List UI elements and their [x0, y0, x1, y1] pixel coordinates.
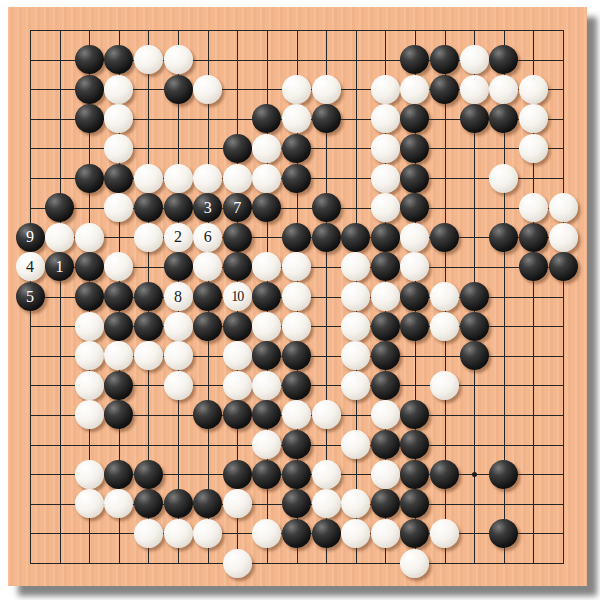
- stone-black[interactable]: [252, 104, 281, 133]
- stone-white[interactable]: [164, 164, 193, 193]
- stone-white[interactable]: [519, 193, 548, 222]
- stone-black[interactable]: [400, 134, 429, 163]
- stone-black[interactable]: [223, 134, 252, 163]
- move-number-label: 3: [204, 200, 212, 216]
- stone-white[interactable]: [400, 223, 429, 252]
- stone-white[interactable]: [223, 489, 252, 518]
- move-number-label: 6: [204, 229, 212, 245]
- stone-white[interactable]: [371, 164, 400, 193]
- stone-white[interactable]: [134, 45, 163, 74]
- stone-white[interactable]: [282, 400, 311, 429]
- stone-black[interactable]: [252, 400, 281, 429]
- stone-black[interactable]: [312, 223, 341, 252]
- stone-white[interactable]: [193, 164, 222, 193]
- move-number-label: 2: [174, 229, 182, 245]
- stone-white[interactable]: [341, 430, 370, 459]
- stone-white[interactable]: [104, 341, 133, 370]
- stone-black[interactable]: [519, 252, 548, 281]
- grid-line-horizontal: [30, 563, 564, 564]
- stone-black[interactable]: [252, 193, 281, 222]
- stone-white[interactable]: [75, 223, 104, 252]
- stone-white[interactable]: [371, 519, 400, 548]
- stone-white[interactable]: [489, 75, 518, 104]
- stone-white[interactable]: [430, 312, 459, 341]
- stone-white[interactable]: [134, 164, 163, 193]
- stone-black[interactable]: [282, 430, 311, 459]
- stone-white-move-10[interactable]: 10: [223, 282, 252, 311]
- stone-white[interactable]: [164, 371, 193, 400]
- stone-black[interactable]: [75, 45, 104, 74]
- move-number-label: 4: [26, 259, 34, 275]
- stone-black[interactable]: [282, 134, 311, 163]
- stone-black[interactable]: [252, 341, 281, 370]
- stone-white[interactable]: [460, 75, 489, 104]
- stone-black[interactable]: [460, 104, 489, 133]
- stone-black[interactable]: [134, 312, 163, 341]
- stone-white[interactable]: [252, 164, 281, 193]
- stone-black[interactable]: [371, 341, 400, 370]
- stone-black[interactable]: [282, 519, 311, 548]
- stone-white[interactable]: [371, 75, 400, 104]
- stone-black[interactable]: [489, 519, 518, 548]
- stone-black[interactable]: [75, 252, 104, 281]
- stone-black[interactable]: [223, 312, 252, 341]
- stone-black[interactable]: [489, 460, 518, 489]
- stone-black[interactable]: [134, 193, 163, 222]
- stone-black[interactable]: [371, 371, 400, 400]
- stone-black[interactable]: [282, 164, 311, 193]
- stone-black[interactable]: [104, 371, 133, 400]
- stone-black[interactable]: [489, 223, 518, 252]
- stone-black[interactable]: [400, 430, 429, 459]
- stone-black[interactable]: [134, 489, 163, 518]
- move-number-label: 1: [56, 259, 64, 275]
- stone-white[interactable]: [134, 519, 163, 548]
- stone-black[interactable]: [312, 519, 341, 548]
- grid-line-vertical: [563, 30, 564, 564]
- stone-white[interactable]: [371, 282, 400, 311]
- stone-black[interactable]: [460, 341, 489, 370]
- board-grid: 37926415810: [30, 30, 564, 564]
- stone-white[interactable]: [341, 489, 370, 518]
- stone-black[interactable]: [400, 489, 429, 518]
- stone-white-move-2[interactable]: 2: [164, 223, 193, 252]
- stone-white[interactable]: [104, 193, 133, 222]
- stone-black[interactable]: [134, 282, 163, 311]
- stone-black[interactable]: [193, 489, 222, 518]
- stone-white[interactable]: [75, 371, 104, 400]
- stone-white[interactable]: [282, 75, 311, 104]
- stone-white[interactable]: [75, 400, 104, 429]
- stone-white[interactable]: [104, 489, 133, 518]
- stone-black[interactable]: [104, 460, 133, 489]
- stone-black[interactable]: [282, 341, 311, 370]
- stone-black-move-9[interactable]: 9: [16, 223, 45, 252]
- stone-black[interactable]: [400, 193, 429, 222]
- stone-white[interactable]: [400, 252, 429, 281]
- stone-white[interactable]: [312, 460, 341, 489]
- stone-black[interactable]: [134, 460, 163, 489]
- stone-white[interactable]: [252, 312, 281, 341]
- stone-white[interactable]: [282, 104, 311, 133]
- stone-white[interactable]: [193, 252, 222, 281]
- stone-white[interactable]: [430, 371, 459, 400]
- stone-black[interactable]: [400, 400, 429, 429]
- stone-black[interactable]: [430, 223, 459, 252]
- stone-black[interactable]: [164, 489, 193, 518]
- stone-black[interactable]: [104, 282, 133, 311]
- stone-white[interactable]: [252, 252, 281, 281]
- stone-black[interactable]: [104, 45, 133, 74]
- stone-black[interactable]: [164, 193, 193, 222]
- stone-black[interactable]: [164, 75, 193, 104]
- stone-black[interactable]: [371, 489, 400, 518]
- stone-black[interactable]: [400, 164, 429, 193]
- stone-white-move-4[interactable]: 4: [16, 252, 45, 281]
- stone-black[interactable]: [45, 193, 74, 222]
- stone-white[interactable]: [134, 223, 163, 252]
- stone-white[interactable]: [223, 371, 252, 400]
- stone-white[interactable]: [430, 519, 459, 548]
- stone-white-move-8[interactable]: 8: [164, 282, 193, 311]
- stone-white[interactable]: [193, 519, 222, 548]
- stone-black[interactable]: [519, 223, 548, 252]
- stone-white[interactable]: [164, 45, 193, 74]
- stone-black-move-1[interactable]: 1: [45, 252, 74, 281]
- stone-black[interactable]: [282, 489, 311, 518]
- stone-white[interactable]: [104, 252, 133, 281]
- stone-white[interactable]: [341, 252, 370, 281]
- stone-black[interactable]: [312, 193, 341, 222]
- stone-black[interactable]: [75, 75, 104, 104]
- move-number-label: 9: [26, 229, 34, 245]
- stone-white[interactable]: [460, 45, 489, 74]
- stone-black[interactable]: [400, 312, 429, 341]
- stone-white[interactable]: [371, 134, 400, 163]
- stone-white[interactable]: [312, 489, 341, 518]
- stone-white[interactable]: [341, 341, 370, 370]
- stone-white[interactable]: [341, 519, 370, 548]
- stone-white[interactable]: [164, 341, 193, 370]
- stone-black[interactable]: [75, 104, 104, 133]
- stone-white[interactable]: [489, 164, 518, 193]
- stone-white[interactable]: [252, 519, 281, 548]
- move-number-label: 7: [233, 200, 241, 216]
- stone-white[interactable]: [104, 104, 133, 133]
- stone-white[interactable]: [164, 519, 193, 548]
- stone-black[interactable]: [312, 104, 341, 133]
- stone-white[interactable]: [400, 75, 429, 104]
- stone-black[interactable]: [252, 460, 281, 489]
- stone-black[interactable]: [430, 75, 459, 104]
- stone-black[interactable]: [193, 400, 222, 429]
- stone-black[interactable]: [223, 460, 252, 489]
- stone-black[interactable]: [104, 312, 133, 341]
- stone-white[interactable]: [164, 312, 193, 341]
- stone-black[interactable]: [164, 252, 193, 281]
- stone-white[interactable]: [519, 104, 548, 133]
- stone-black-move-7[interactable]: 7: [223, 193, 252, 222]
- stone-black[interactable]: [193, 312, 222, 341]
- stone-black[interactable]: [549, 252, 578, 281]
- move-number-label: 10: [231, 290, 243, 304]
- stone-white[interactable]: [282, 312, 311, 341]
- stone-white[interactable]: [341, 312, 370, 341]
- stone-black[interactable]: [282, 460, 311, 489]
- stone-white[interactable]: [282, 252, 311, 281]
- stone-white[interactable]: [371, 193, 400, 222]
- move-number-label: 8: [174, 289, 182, 305]
- stone-white[interactable]: [341, 371, 370, 400]
- stone-white[interactable]: [519, 134, 548, 163]
- stone-white[interactable]: [223, 341, 252, 370]
- stone-black[interactable]: [104, 400, 133, 429]
- stone-black[interactable]: [371, 252, 400, 281]
- stone-black[interactable]: [75, 164, 104, 193]
- stone-black[interactable]: [282, 371, 311, 400]
- stone-black-move-5[interactable]: 5: [16, 282, 45, 311]
- stone-black[interactable]: [371, 312, 400, 341]
- stone-black[interactable]: [223, 223, 252, 252]
- stone-black[interactable]: [400, 282, 429, 311]
- stone-white[interactable]: [549, 193, 578, 222]
- stone-black[interactable]: [223, 400, 252, 429]
- stone-black[interactable]: [75, 282, 104, 311]
- stone-black[interactable]: [489, 104, 518, 133]
- star-point: [472, 472, 477, 477]
- stone-white[interactable]: [134, 341, 163, 370]
- go-board[interactable]: 37926415810: [8, 7, 587, 586]
- stone-white[interactable]: [223, 164, 252, 193]
- stone-black[interactable]: [400, 45, 429, 74]
- stone-white[interactable]: [252, 134, 281, 163]
- stone-white[interactable]: [252, 430, 281, 459]
- stone-white[interactable]: [45, 223, 74, 252]
- stone-white[interactable]: [104, 134, 133, 163]
- stone-black[interactable]: [371, 223, 400, 252]
- stone-black[interactable]: [460, 282, 489, 311]
- stone-black[interactable]: [400, 460, 429, 489]
- stone-white[interactable]: [312, 75, 341, 104]
- stone-black[interactable]: [400, 519, 429, 548]
- stone-black[interactable]: [223, 252, 252, 281]
- stone-black[interactable]: [252, 282, 281, 311]
- stone-black[interactable]: [400, 104, 429, 133]
- stone-white[interactable]: [75, 341, 104, 370]
- stone-black[interactable]: [430, 460, 459, 489]
- stone-white[interactable]: [193, 75, 222, 104]
- stone-white[interactable]: [519, 75, 548, 104]
- stone-white[interactable]: [312, 400, 341, 429]
- stone-white[interactable]: [341, 282, 370, 311]
- stone-black[interactable]: [193, 282, 222, 311]
- stone-white[interactable]: [371, 460, 400, 489]
- stone-white[interactable]: [104, 75, 133, 104]
- stone-black[interactable]: [430, 45, 459, 74]
- stone-white[interactable]: [223, 549, 252, 578]
- stone-white[interactable]: [371, 104, 400, 133]
- stone-black[interactable]: [460, 312, 489, 341]
- move-number-label: 5: [26, 289, 34, 305]
- stone-white[interactable]: [282, 282, 311, 311]
- stone-black[interactable]: [282, 223, 311, 252]
- stone-white[interactable]: [75, 489, 104, 518]
- stone-white[interactable]: [400, 549, 429, 578]
- stone-white[interactable]: [430, 282, 459, 311]
- stone-white-move-6[interactable]: 6: [193, 223, 222, 252]
- stone-white[interactable]: [549, 223, 578, 252]
- stone-white[interactable]: [371, 400, 400, 429]
- stone-white[interactable]: [75, 312, 104, 341]
- stone-white[interactable]: [252, 371, 281, 400]
- stone-black[interactable]: [489, 45, 518, 74]
- stone-white[interactable]: [75, 460, 104, 489]
- stone-black-move-3[interactable]: 3: [193, 193, 222, 222]
- stone-black[interactable]: [104, 164, 133, 193]
- stone-black[interactable]: [341, 223, 370, 252]
- stone-black[interactable]: [371, 430, 400, 459]
